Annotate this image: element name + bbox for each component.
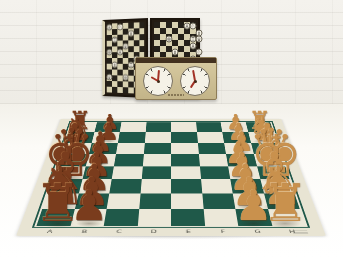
piece-black-pawn[interactable]: ♟ <box>70 186 108 228</box>
pieces-layer: ♜♞♝♛♚♝♞♜♟♟♟♟♟♟♟♟♟♟♟♟♟♟♟♟♜♞♝♛♚♝♞♜ <box>0 0 343 257</box>
piece-white-rook[interactable]: ♜ <box>262 178 308 230</box>
chess-set-photo: ♙♘♗♖♕♔♙♘♗♖♕♔ ♙♘♗♖♕♔♙♘♗♖♕♔ ABCDEFGH ♜♞♝♛♚… <box>0 0 343 257</box>
